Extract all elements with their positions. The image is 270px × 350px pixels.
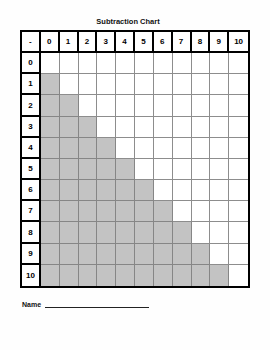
subtraction-grid: -012345678910012345678910	[20, 30, 250, 288]
cell-r4-c8	[192, 138, 211, 159]
cell-r8-c10	[229, 222, 248, 243]
cell-r5-c9	[210, 159, 229, 180]
cell-r6-c9	[210, 180, 229, 201]
cell-r8-c3	[97, 222, 116, 243]
cell-r1-c6	[154, 74, 173, 95]
cell-r2-c3	[97, 95, 116, 116]
cell-r8-c2	[79, 222, 98, 243]
cell-r7-c0	[41, 201, 60, 222]
cell-r3-c2	[79, 117, 98, 138]
cell-r1-c2	[79, 74, 98, 95]
cell-r0-c6	[154, 53, 173, 74]
cell-r0-c4	[116, 53, 135, 74]
cell-r6-c6	[154, 180, 173, 201]
cell-r7-c6	[154, 201, 173, 222]
cell-r10-c6	[154, 265, 173, 286]
cell-r8-c5	[135, 222, 154, 243]
cell-r6-c4	[116, 180, 135, 201]
cell-r2-c7	[173, 95, 192, 116]
cell-r3-c9	[210, 117, 229, 138]
cell-r6-c10	[229, 180, 248, 201]
cell-r10-c5	[135, 265, 154, 286]
cell-r9-c3	[97, 244, 116, 265]
row-header-10: 10	[22, 265, 41, 286]
operator-cell: -	[22, 32, 41, 53]
name-label: Name	[22, 301, 41, 308]
cell-r4-c0	[41, 138, 60, 159]
cell-r2-c5	[135, 95, 154, 116]
cell-r10-c3	[97, 265, 116, 286]
cell-r3-c6	[154, 117, 173, 138]
cell-r10-c10	[229, 265, 248, 286]
cell-r1-c9	[210, 74, 229, 95]
cell-r3-c5	[135, 117, 154, 138]
cell-r3-c1	[60, 117, 79, 138]
cell-r7-c10	[229, 201, 248, 222]
row-header-7: 7	[22, 201, 41, 222]
cell-r5-c3	[97, 159, 116, 180]
cell-r5-c2	[79, 159, 98, 180]
page-title: Subtraction Chart	[0, 17, 256, 26]
cell-r5-c0	[41, 159, 60, 180]
cell-r9-c6	[154, 244, 173, 265]
col-header-9: 9	[210, 32, 229, 53]
cell-r2-c1	[60, 95, 79, 116]
cell-r5-c7	[173, 159, 192, 180]
cell-r10-c7	[173, 265, 192, 286]
cell-r5-c1	[60, 159, 79, 180]
cell-r10-c2	[79, 265, 98, 286]
cell-r0-c7	[173, 53, 192, 74]
cell-r4-c4	[116, 138, 135, 159]
cell-r0-c9	[210, 53, 229, 74]
cell-r7-c1	[60, 201, 79, 222]
col-header-3: 3	[97, 32, 116, 53]
cell-r7-c7	[173, 201, 192, 222]
cell-r0-c2	[79, 53, 98, 74]
cell-r4-c10	[229, 138, 248, 159]
cell-r9-c0	[41, 244, 60, 265]
row-header-6: 6	[22, 180, 41, 201]
name-field: Name	[22, 299, 149, 308]
row-header-3: 3	[22, 117, 41, 138]
cell-r9-c4	[116, 244, 135, 265]
cell-r9-c5	[135, 244, 154, 265]
cell-r1-c3	[97, 74, 116, 95]
cell-r10-c1	[60, 265, 79, 286]
cell-r8-c0	[41, 222, 60, 243]
row-header-2: 2	[22, 95, 41, 116]
cell-r4-c2	[79, 138, 98, 159]
cell-r7-c4	[116, 201, 135, 222]
col-header-2: 2	[79, 32, 98, 53]
cell-r8-c4	[116, 222, 135, 243]
col-header-10: 10	[229, 32, 248, 53]
cell-r4-c6	[154, 138, 173, 159]
cell-r6-c8	[192, 180, 211, 201]
cell-r9-c7	[173, 244, 192, 265]
cell-r10-c4	[116, 265, 135, 286]
cell-r9-c9	[210, 244, 229, 265]
cell-r4-c3	[97, 138, 116, 159]
worksheet-page: Subtraction Chart -012345678910012345678…	[0, 0, 270, 350]
cell-r2-c9	[210, 95, 229, 116]
cell-r7-c3	[97, 201, 116, 222]
cell-r7-c9	[210, 201, 229, 222]
col-header-5: 5	[135, 32, 154, 53]
cell-r2-c4	[116, 95, 135, 116]
cell-r9-c2	[79, 244, 98, 265]
cell-r8-c9	[210, 222, 229, 243]
cell-r3-c0	[41, 117, 60, 138]
cell-r6-c0	[41, 180, 60, 201]
cell-r9-c1	[60, 244, 79, 265]
cell-r5-c6	[154, 159, 173, 180]
row-header-9: 9	[22, 244, 41, 265]
cell-r5-c8	[192, 159, 211, 180]
cell-r1-c1	[60, 74, 79, 95]
cell-r9-c8	[192, 244, 211, 265]
cell-r4-c7	[173, 138, 192, 159]
cell-r2-c2	[79, 95, 98, 116]
cell-r1-c10	[229, 74, 248, 95]
cell-r6-c3	[97, 180, 116, 201]
cell-r3-c3	[97, 117, 116, 138]
cell-r8-c8	[192, 222, 211, 243]
cell-r0-c0	[41, 53, 60, 74]
row-header-0: 0	[22, 53, 41, 74]
cell-r2-c10	[229, 95, 248, 116]
cell-r6-c5	[135, 180, 154, 201]
row-header-8: 8	[22, 222, 41, 243]
cell-r3-c7	[173, 117, 192, 138]
cell-r1-c4	[116, 74, 135, 95]
cell-r7-c5	[135, 201, 154, 222]
cell-r5-c4	[116, 159, 135, 180]
cell-r1-c8	[192, 74, 211, 95]
cell-r1-c0	[41, 74, 60, 95]
cell-r0-c5	[135, 53, 154, 74]
cell-r1-c7	[173, 74, 192, 95]
cell-r5-c5	[135, 159, 154, 180]
cell-r0-c1	[60, 53, 79, 74]
cell-r7-c2	[79, 201, 98, 222]
col-header-0: 0	[41, 32, 60, 53]
cell-r10-c9	[210, 265, 229, 286]
cell-r6-c2	[79, 180, 98, 201]
cell-r2-c6	[154, 95, 173, 116]
cell-r5-c10	[229, 159, 248, 180]
cell-r10-c8	[192, 265, 211, 286]
cell-r0-c8	[192, 53, 211, 74]
cell-r3-c8	[192, 117, 211, 138]
cell-r6-c7	[173, 180, 192, 201]
cell-r4-c9	[210, 138, 229, 159]
cell-r0-c3	[97, 53, 116, 74]
cell-r2-c0	[41, 95, 60, 116]
cell-r6-c1	[60, 180, 79, 201]
col-header-7: 7	[173, 32, 192, 53]
cell-r9-c10	[229, 244, 248, 265]
row-header-1: 1	[22, 74, 41, 95]
cell-r7-c8	[192, 201, 211, 222]
cell-r8-c6	[154, 222, 173, 243]
row-header-5: 5	[22, 159, 41, 180]
name-line	[45, 299, 149, 308]
cell-r4-c5	[135, 138, 154, 159]
col-header-4: 4	[116, 32, 135, 53]
cell-r0-c10	[229, 53, 248, 74]
cell-r3-c10	[229, 117, 248, 138]
cell-r4-c1	[60, 138, 79, 159]
cell-r10-c0	[41, 265, 60, 286]
cell-r1-c5	[135, 74, 154, 95]
cell-r3-c4	[116, 117, 135, 138]
row-header-4: 4	[22, 138, 41, 159]
cell-r2-c8	[192, 95, 211, 116]
cell-r8-c7	[173, 222, 192, 243]
col-header-6: 6	[154, 32, 173, 53]
col-header-1: 1	[60, 32, 79, 53]
col-header-8: 8	[192, 32, 211, 53]
cell-r8-c1	[60, 222, 79, 243]
